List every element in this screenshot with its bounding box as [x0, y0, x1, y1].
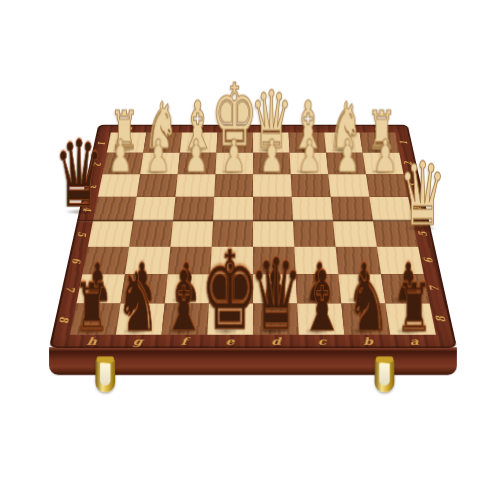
square-g4[interactable] — [133, 197, 175, 221]
square-d8[interactable]: ♛ — [253, 303, 299, 334]
square-g8[interactable]: ♞ — [116, 303, 165, 334]
piece-black-rook[interactable]: ♜ — [74, 275, 110, 342]
fold-seam — [77, 220, 429, 222]
square-c4[interactable] — [292, 197, 333, 221]
piece-white-pawn[interactable]: ♟ — [298, 132, 322, 177]
square-a8[interactable]: ♜ — [385, 303, 435, 334]
piece-white-pawn[interactable]: ♟ — [260, 132, 284, 177]
piece-white-extra-queen[interactable]: ♛ — [398, 140, 447, 238]
square-b5[interactable] — [333, 221, 377, 247]
brass-clasp-left — [95, 360, 115, 392]
product-photo: ♜♞♝♚♛♝♞♜♟♟♟♟♟♟♟♟♟♟♟♟♟♟♟♟♜♞♝♚♛♝♞♜ ♛ ♛ hhg… — [0, 0, 500, 500]
board-front-edge — [49, 347, 457, 375]
piece-black-rook[interactable]: ♜ — [396, 275, 432, 342]
board-frame: ♜♞♝♚♛♝♞♜♟♟♟♟♟♟♟♟♟♟♟♟♟♟♟♟♜♞♝♚♛♝♞♜ ♛ ♛ hhg… — [49, 125, 457, 348]
piece-white-pawn[interactable]: ♟ — [108, 132, 132, 177]
piece-white-pawn[interactable]: ♟ — [373, 132, 397, 177]
square-h8[interactable]: ♜ — [70, 303, 120, 334]
square-f4[interactable] — [173, 197, 214, 221]
piece-white-pawn[interactable]: ♟ — [335, 132, 359, 177]
brass-clasp-right — [375, 360, 395, 392]
piece-white-pawn[interactable]: ♟ — [184, 132, 208, 177]
square-d4[interactable] — [253, 197, 293, 221]
square-h5[interactable] — [88, 221, 133, 247]
piece-black-king[interactable]: ♚ — [201, 237, 259, 346]
square-c8[interactable]: ♝ — [297, 303, 344, 334]
piece-black-bishop[interactable]: ♝ — [161, 260, 206, 343]
piece-white-pawn[interactable]: ♟ — [146, 132, 170, 177]
chess-board: ♜♞♝♚♛♝♞♜♟♟♟♟♟♟♟♟♟♟♟♟♟♟♟♟♜♞♝♚♛♝♞♜ ♛ ♛ hhg… — [49, 125, 457, 348]
piece-black-bishop[interactable]: ♝ — [300, 260, 345, 343]
piece-black-extra-queen[interactable]: ♛ — [55, 125, 103, 221]
square-e8[interactable]: ♚ — [207, 303, 253, 334]
square-e4[interactable] — [213, 197, 253, 221]
square-b4[interactable] — [331, 197, 373, 221]
piece-black-knight[interactable]: ♞ — [347, 262, 390, 343]
square-g5[interactable] — [129, 221, 173, 247]
square-b8[interactable]: ♞ — [341, 303, 390, 334]
board-grid: ♜♞♝♚♛♝♞♜♟♟♟♟♟♟♟♟♟♟♟♟♟♟♟♟♜♞♝♚♛♝♞♜ — [70, 132, 436, 334]
piece-black-knight[interactable]: ♞ — [116, 262, 159, 343]
piece-white-pawn[interactable]: ♟ — [222, 132, 246, 177]
